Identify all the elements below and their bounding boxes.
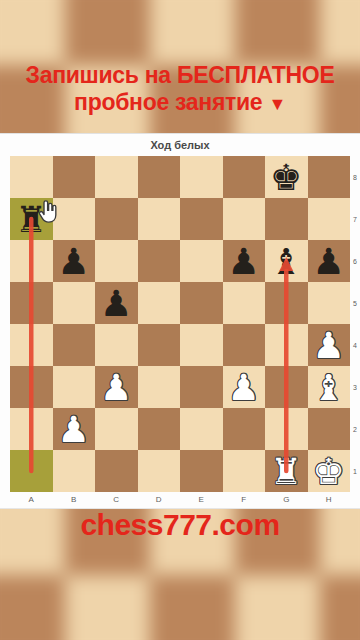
square-g1[interactable]: ♜ xyxy=(265,450,308,492)
piece-black-pawn-h6: ♟ xyxy=(308,240,351,282)
square-e4[interactable] xyxy=(180,324,223,366)
piece-white-pawn-c3: ♟ xyxy=(95,366,138,408)
file-label-d: D xyxy=(138,492,181,507)
square-c3[interactable]: ♟ xyxy=(95,366,138,408)
piece-black-bishop-g6: ♝ xyxy=(265,240,308,282)
square-c2[interactable] xyxy=(95,408,138,450)
square-f7[interactable] xyxy=(223,198,266,240)
square-e3[interactable] xyxy=(180,366,223,408)
square-a4[interactable] xyxy=(10,324,53,366)
square-e7[interactable] xyxy=(180,198,223,240)
hand-cursor-icon xyxy=(34,198,61,225)
square-f5[interactable] xyxy=(223,282,266,324)
square-e2[interactable] xyxy=(180,408,223,450)
rank-label-6: 6 xyxy=(350,240,360,282)
square-f1[interactable] xyxy=(223,450,266,492)
file-label-a: A xyxy=(10,492,53,507)
square-c7[interactable] xyxy=(95,198,138,240)
square-d2[interactable] xyxy=(138,408,181,450)
square-d6[interactable] xyxy=(138,240,181,282)
square-e5[interactable] xyxy=(180,282,223,324)
chess-board: ♚♜♟♟♝♟♟♟♟♟♝♟♜♚ xyxy=(10,156,350,492)
file-label-h: H xyxy=(308,492,351,507)
square-h2[interactable] xyxy=(308,408,351,450)
square-e6[interactable] xyxy=(180,240,223,282)
square-f8[interactable] xyxy=(223,156,266,198)
square-g7[interactable] xyxy=(265,198,308,240)
file-label-c: C xyxy=(95,492,138,507)
piece-black-pawn-f6: ♟ xyxy=(223,240,266,282)
site-url: chess777.com xyxy=(0,507,360,543)
chess-board-panel: Ход белых ♚♜♟♟♝♟♟♟♟♟♝♟♜♚ 87654321 ABCDEF… xyxy=(0,133,360,509)
square-h3[interactable]: ♝ xyxy=(308,366,351,408)
piece-black-pawn-b6: ♟ xyxy=(53,240,96,282)
file-label-b: B xyxy=(53,492,96,507)
square-a2[interactable] xyxy=(10,408,53,450)
square-g4[interactable] xyxy=(265,324,308,366)
square-b6[interactable]: ♟ xyxy=(53,240,96,282)
square-g5[interactable] xyxy=(265,282,308,324)
square-b8[interactable] xyxy=(53,156,96,198)
promo-banner: Запишись на БЕСПЛАТНОЕ пробное занятие ▼ xyxy=(0,62,360,118)
square-d8[interactable] xyxy=(138,156,181,198)
square-c8[interactable] xyxy=(95,156,138,198)
piece-black-pawn-c5: ♟ xyxy=(95,282,138,324)
rank-label-5: 5 xyxy=(350,282,360,324)
square-a1[interactable] xyxy=(10,450,53,492)
square-g6[interactable]: ♝ xyxy=(265,240,308,282)
square-d5[interactable] xyxy=(138,282,181,324)
square-e8[interactable] xyxy=(180,156,223,198)
square-c1[interactable] xyxy=(95,450,138,492)
square-c5[interactable]: ♟ xyxy=(95,282,138,324)
square-g3[interactable] xyxy=(265,366,308,408)
square-a6[interactable] xyxy=(10,240,53,282)
square-d1[interactable] xyxy=(138,450,181,492)
square-h8[interactable] xyxy=(308,156,351,198)
piece-white-rook-g1: ♜ xyxy=(265,450,308,492)
square-d7[interactable] xyxy=(138,198,181,240)
square-g2[interactable] xyxy=(265,408,308,450)
rank-label-2: 2 xyxy=(350,408,360,450)
rank-label-1: 1 xyxy=(350,450,360,492)
piece-white-pawn-h4: ♟ xyxy=(308,324,351,366)
rank-label-4: 4 xyxy=(350,324,360,366)
square-h4[interactable]: ♟ xyxy=(308,324,351,366)
down-triangle-icon: ▼ xyxy=(268,94,286,114)
square-e1[interactable] xyxy=(180,450,223,492)
rank-label-7: 7 xyxy=(350,198,360,240)
square-c6[interactable] xyxy=(95,240,138,282)
square-f3[interactable]: ♟ xyxy=(223,366,266,408)
file-labels: ABCDEFGH xyxy=(10,492,350,507)
piece-black-king-g8: ♚ xyxy=(265,156,308,198)
square-a3[interactable] xyxy=(10,366,53,408)
square-b1[interactable] xyxy=(53,450,96,492)
square-f6[interactable]: ♟ xyxy=(223,240,266,282)
move-indicator-label: Ход белых xyxy=(0,134,360,156)
square-f2[interactable] xyxy=(223,408,266,450)
square-b5[interactable] xyxy=(53,282,96,324)
rank-label-3: 3 xyxy=(350,366,360,408)
square-b3[interactable] xyxy=(53,366,96,408)
board-grid: ♚♜♟♟♝♟♟♟♟♟♝♟♜♚ xyxy=(10,156,350,492)
square-a8[interactable] xyxy=(10,156,53,198)
file-label-g: G xyxy=(265,492,308,507)
rank-labels: 87654321 xyxy=(350,156,360,492)
square-h7[interactable] xyxy=(308,198,351,240)
square-d4[interactable] xyxy=(138,324,181,366)
piece-white-pawn-f3: ♟ xyxy=(223,366,266,408)
square-h5[interactable] xyxy=(308,282,351,324)
square-b2[interactable]: ♟ xyxy=(53,408,96,450)
rank-label-8: 8 xyxy=(350,156,360,198)
piece-white-king-h1: ♚ xyxy=(308,450,351,492)
square-h6[interactable]: ♟ xyxy=(308,240,351,282)
promo-line1: Запишись на БЕСПЛАТНОЕ xyxy=(0,62,360,89)
piece-white-pawn-b2: ♟ xyxy=(53,408,96,450)
square-d3[interactable] xyxy=(138,366,181,408)
square-g8[interactable]: ♚ xyxy=(265,156,308,198)
file-label-e: E xyxy=(180,492,223,507)
file-label-f: F xyxy=(223,492,266,507)
square-c4[interactable] xyxy=(95,324,138,366)
square-f4[interactable] xyxy=(223,324,266,366)
promo-line2: пробное занятие ▼ xyxy=(0,89,360,118)
square-h1[interactable]: ♚ xyxy=(308,450,351,492)
square-a5[interactable] xyxy=(10,282,53,324)
square-b4[interactable] xyxy=(53,324,96,366)
piece-white-bishop-h3: ♝ xyxy=(308,366,351,408)
